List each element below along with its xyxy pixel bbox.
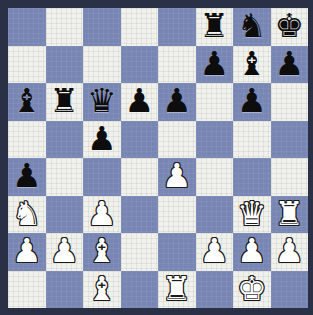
piece-black-pawn[interactable]: ♟: [12, 158, 42, 195]
square-a8[interactable]: [8, 8, 46, 46]
square-c7[interactable]: [83, 46, 121, 84]
square-a7[interactable]: [8, 46, 46, 84]
piece-black-bishop[interactable]: ♝: [12, 83, 42, 120]
square-f6[interactable]: [196, 83, 234, 121]
square-d5[interactable]: [121, 121, 159, 159]
piece-white-queen[interactable]: ♛: [237, 196, 267, 233]
square-g7[interactable]: ♝: [233, 46, 271, 84]
piece-white-bishop[interactable]: ♝: [87, 233, 117, 270]
square-h5[interactable]: [271, 121, 309, 159]
square-a1[interactable]: [8, 271, 46, 309]
piece-black-knight[interactable]: ♞: [237, 8, 267, 45]
square-g1[interactable]: ♚: [233, 271, 271, 309]
square-f5[interactable]: [196, 121, 234, 159]
square-g2[interactable]: ♟: [233, 233, 271, 271]
square-a4[interactable]: ♟: [8, 158, 46, 196]
chessboard-frame: ♜♞♚♟♝♟♝♜♛♟♟♟♟♟♟♞♟♛♜♟♟♝♟♟♟♝♜♚: [0, 0, 313, 315]
piece-black-bishop[interactable]: ♝: [237, 46, 267, 83]
square-a5[interactable]: [8, 121, 46, 159]
piece-black-pawn[interactable]: ♟: [124, 83, 154, 120]
square-e4[interactable]: ♟: [158, 158, 196, 196]
square-h7[interactable]: ♟: [271, 46, 309, 84]
square-b6[interactable]: ♜: [46, 83, 84, 121]
square-f1[interactable]: [196, 271, 234, 309]
square-c2[interactable]: ♝: [83, 233, 121, 271]
square-e6[interactable]: ♟: [158, 83, 196, 121]
square-b3[interactable]: [46, 196, 84, 234]
square-c6[interactable]: ♛: [83, 83, 121, 121]
piece-white-knight[interactable]: ♞: [12, 196, 42, 233]
square-a6[interactable]: ♝: [8, 83, 46, 121]
square-c1[interactable]: ♝: [83, 271, 121, 309]
piece-black-pawn[interactable]: ♟: [162, 83, 192, 120]
square-h1[interactable]: [271, 271, 309, 309]
square-b1[interactable]: [46, 271, 84, 309]
square-g8[interactable]: ♞: [233, 8, 271, 46]
square-b7[interactable]: [46, 46, 84, 84]
square-e3[interactable]: [158, 196, 196, 234]
square-e7[interactable]: [158, 46, 196, 84]
square-d7[interactable]: [121, 46, 159, 84]
piece-black-pawn[interactable]: ♟: [87, 121, 117, 158]
square-f2[interactable]: ♟: [196, 233, 234, 271]
piece-black-queen[interactable]: ♛: [87, 83, 117, 120]
piece-black-rook[interactable]: ♜: [49, 83, 79, 120]
piece-white-pawn[interactable]: ♟: [274, 233, 304, 270]
piece-white-pawn[interactable]: ♟: [12, 233, 42, 270]
piece-black-rook[interactable]: ♜: [199, 8, 229, 45]
piece-white-pawn[interactable]: ♟: [237, 233, 267, 270]
square-g5[interactable]: [233, 121, 271, 159]
square-h3[interactable]: ♜: [271, 196, 309, 234]
square-h2[interactable]: ♟: [271, 233, 309, 271]
square-b8[interactable]: [46, 8, 84, 46]
square-d4[interactable]: [121, 158, 159, 196]
square-b5[interactable]: [46, 121, 84, 159]
square-e2[interactable]: [158, 233, 196, 271]
square-d8[interactable]: [121, 8, 159, 46]
square-b4[interactable]: [46, 158, 84, 196]
piece-white-pawn[interactable]: ♟: [199, 233, 229, 270]
piece-black-pawn[interactable]: ♟: [199, 46, 229, 83]
chessboard: ♜♞♚♟♝♟♝♜♛♟♟♟♟♟♟♞♟♛♜♟♟♝♟♟♟♝♜♚: [8, 8, 308, 308]
piece-black-pawn[interactable]: ♟: [274, 46, 304, 83]
square-d1[interactable]: [121, 271, 159, 309]
piece-black-king[interactable]: ♚: [274, 8, 304, 45]
square-e1[interactable]: ♜: [158, 271, 196, 309]
square-c4[interactable]: [83, 158, 121, 196]
square-f8[interactable]: ♜: [196, 8, 234, 46]
square-a2[interactable]: ♟: [8, 233, 46, 271]
square-e5[interactable]: [158, 121, 196, 159]
piece-white-bishop[interactable]: ♝: [87, 271, 117, 308]
square-c3[interactable]: ♟: [83, 196, 121, 234]
square-h6[interactable]: [271, 83, 309, 121]
square-f4[interactable]: [196, 158, 234, 196]
square-c5[interactable]: ♟: [83, 121, 121, 159]
piece-white-rook[interactable]: ♜: [274, 196, 304, 233]
square-d2[interactable]: [121, 233, 159, 271]
square-e8[interactable]: [158, 8, 196, 46]
square-g4[interactable]: [233, 158, 271, 196]
square-g3[interactable]: ♛: [233, 196, 271, 234]
piece-black-pawn[interactable]: ♟: [237, 83, 267, 120]
square-d3[interactable]: [121, 196, 159, 234]
square-d6[interactable]: ♟: [121, 83, 159, 121]
square-h4[interactable]: [271, 158, 309, 196]
piece-white-pawn[interactable]: ♟: [49, 233, 79, 270]
square-b2[interactable]: ♟: [46, 233, 84, 271]
piece-white-rook[interactable]: ♜: [162, 271, 192, 308]
square-f3[interactable]: [196, 196, 234, 234]
square-f7[interactable]: ♟: [196, 46, 234, 84]
square-c8[interactable]: [83, 8, 121, 46]
piece-white-pawn[interactable]: ♟: [87, 196, 117, 233]
piece-white-king[interactable]: ♚: [237, 271, 267, 308]
square-a3[interactable]: ♞: [8, 196, 46, 234]
square-h8[interactable]: ♚: [271, 8, 309, 46]
square-g6[interactable]: ♟: [233, 83, 271, 121]
piece-white-pawn[interactable]: ♟: [162, 158, 192, 195]
